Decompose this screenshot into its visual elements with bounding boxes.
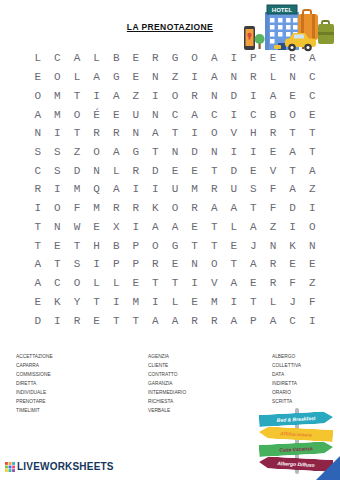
grid-cell-r7-c15[interactable]: A bbox=[302, 161, 322, 180]
grid-cell-r3-c6[interactable]: Z bbox=[126, 86, 146, 105]
grid-cell-r4-c9[interactable]: A bbox=[185, 105, 205, 124]
footer-logo: LIVEWORKSHEETS bbox=[5, 461, 114, 472]
grid-cell-r8-c4[interactable]: Q bbox=[87, 180, 107, 199]
grid-cell-r11-c12[interactable]: J bbox=[244, 236, 264, 255]
grid-cell-r14-c8[interactable]: L bbox=[165, 293, 185, 312]
grid-cell-r1-c7[interactable]: R bbox=[146, 49, 166, 68]
grid-cell-r15-c3[interactable]: R bbox=[67, 311, 87, 330]
grid-cell-r8-c12[interactable]: S bbox=[244, 180, 264, 199]
grid-cell-r10-c5[interactable]: X bbox=[106, 218, 126, 237]
grid-cell-r4-c5[interactable]: E bbox=[106, 105, 126, 124]
grid-cell-r13-c2[interactable]: C bbox=[48, 274, 68, 293]
grid-cell-r5-c7[interactable]: A bbox=[146, 124, 166, 143]
grid-cell-r5-c13[interactable]: R bbox=[263, 124, 283, 143]
brand-name: LIVEWORKSHEETS bbox=[17, 461, 114, 472]
grid-cell-r8-c11[interactable]: U bbox=[224, 180, 244, 199]
grid-cell-r5-c4[interactable]: R bbox=[87, 124, 107, 143]
grid-cell-r13-c10[interactable]: V bbox=[204, 274, 224, 293]
grid-cell-r12-c5[interactable]: P bbox=[106, 255, 126, 274]
grid-cell-r6-c11[interactable]: I bbox=[224, 143, 244, 162]
word-list-item: ALBERGO bbox=[272, 352, 301, 361]
word-list-item: PRENOTARE bbox=[16, 397, 53, 406]
grid-cell-r6-c13[interactable]: E bbox=[263, 143, 283, 162]
grid-cell-r12-c15[interactable]: E bbox=[302, 255, 322, 274]
grid-cell-r11-c2[interactable]: E bbox=[48, 236, 68, 255]
grid-cell-r9-c6[interactable]: R bbox=[126, 199, 146, 218]
signpost-arrow: Case Vacanza bbox=[259, 441, 334, 457]
word-list-item: GARANZIA bbox=[148, 379, 186, 388]
grid-cell-r10-c11[interactable]: L bbox=[224, 218, 244, 237]
grid-cell-r8-c6[interactable]: I bbox=[126, 180, 146, 199]
grid-cell-r2-c10[interactable]: A bbox=[204, 68, 224, 87]
word-list-item: INDIVIDUALE bbox=[16, 388, 53, 397]
grid-cell-r3-c7[interactable]: I bbox=[146, 86, 166, 105]
grid-cell-r7-c8[interactable]: E bbox=[165, 161, 185, 180]
grid-cell-r3-c10[interactable]: N bbox=[204, 86, 224, 105]
grid-cell-r2-c6[interactable]: E bbox=[126, 68, 146, 87]
grid-cell-r6-c10[interactable]: N bbox=[204, 143, 224, 162]
grid-cell-r1-c9[interactable]: O bbox=[185, 49, 205, 68]
grid-cell-r7-c1[interactable]: C bbox=[28, 161, 48, 180]
signpost-arrow: Bed & Breakfast bbox=[259, 411, 334, 427]
grid-cell-r7-c3[interactable]: D bbox=[67, 161, 87, 180]
grid-cell-r6-c15[interactable]: T bbox=[302, 143, 322, 162]
grid-cell-r11-c10[interactable]: T bbox=[204, 236, 224, 255]
grid-cell-r5-c8[interactable]: T bbox=[165, 124, 185, 143]
grid-cell-r2-c4[interactable]: A bbox=[87, 68, 107, 87]
grid-cell-r1-c3[interactable]: A bbox=[67, 49, 87, 68]
grid-cell-r5-c6[interactable]: N bbox=[126, 124, 146, 143]
grid-cell-r14-c14[interactable]: J bbox=[283, 293, 303, 312]
grid-cell-r7-c11[interactable]: D bbox=[224, 161, 244, 180]
grid-cell-r7-c13[interactable]: V bbox=[263, 161, 283, 180]
grid-cell-r9-c13[interactable]: F bbox=[263, 199, 283, 218]
grid-cell-r5-c10[interactable]: O bbox=[204, 124, 224, 143]
grid-cell-r3-c11[interactable]: D bbox=[224, 86, 244, 105]
grid-cell-r6-c12[interactable]: I bbox=[244, 143, 264, 162]
grid-cell-r8-c13[interactable]: F bbox=[263, 180, 283, 199]
grid-cell-r12-c8[interactable]: E bbox=[165, 255, 185, 274]
grid-cell-r13-c6[interactable]: E bbox=[126, 274, 146, 293]
grid-cell-r9-c11[interactable]: A bbox=[224, 199, 244, 218]
grid-cell-r8-c9[interactable]: M bbox=[185, 180, 205, 199]
grid-cell-r15-c14[interactable]: C bbox=[283, 311, 303, 330]
grid-cell-r9-c5[interactable]: R bbox=[106, 199, 126, 218]
grid-cell-r5-c5[interactable]: R bbox=[106, 124, 126, 143]
grid-cell-r10-c4[interactable]: E bbox=[87, 218, 107, 237]
hotel-illustration: HOTEL bbox=[241, 2, 336, 54]
word-list-column-3: ALBERGOCOLLETTIVADATAINDIRETTAORARIOSCRI… bbox=[272, 352, 301, 406]
grid-cell-r12-c3[interactable]: S bbox=[67, 255, 87, 274]
grid-cell-r9-c14[interactable]: D bbox=[283, 199, 303, 218]
grid-cell-r2-c11[interactable]: N bbox=[224, 68, 244, 87]
grid-cell-r10-c8[interactable]: A bbox=[165, 218, 185, 237]
grid-cell-r7-c5[interactable]: L bbox=[106, 161, 126, 180]
grid-cell-r15-c13[interactable]: A bbox=[263, 311, 283, 330]
liveworksheets-icon bbox=[5, 462, 15, 472]
word-search-grid: LCALBERGOAIPERAEOLAGENZIANRLNCOMTIAZIORN… bbox=[28, 49, 322, 330]
grid-cell-r7-c2[interactable]: S bbox=[48, 161, 68, 180]
grid-cell-r14-c5[interactable]: I bbox=[106, 293, 126, 312]
grid-cell-r14-c7[interactable]: I bbox=[146, 293, 166, 312]
grid-cell-r2-c15[interactable]: C bbox=[302, 68, 322, 87]
grid-cell-r6-c5[interactable]: A bbox=[106, 143, 126, 162]
grid-cell-r2-c3[interactable]: L bbox=[67, 68, 87, 87]
grid-cell-r4-c14[interactable]: O bbox=[283, 105, 303, 124]
grid-cell-r13-c3[interactable]: O bbox=[67, 274, 87, 293]
grid-cell-r13-c12[interactable]: E bbox=[244, 274, 264, 293]
grid-cell-r2-c12[interactable]: R bbox=[244, 68, 264, 87]
grid-cell-r12-c14[interactable]: E bbox=[283, 255, 303, 274]
grid-cell-r11-c1[interactable]: T bbox=[28, 236, 48, 255]
grid-cell-r15-c6[interactable]: T bbox=[126, 311, 146, 330]
grid-cell-r12-c4[interactable]: I bbox=[87, 255, 107, 274]
grid-cell-r6-c1[interactable]: S bbox=[28, 143, 48, 162]
word-list-item: CAPARRA bbox=[16, 361, 53, 370]
grid-cell-r4-c6[interactable]: U bbox=[126, 105, 146, 124]
hotel-sign-text: HOTEL bbox=[272, 7, 293, 13]
grid-cell-r8-c5[interactable]: A bbox=[106, 180, 126, 199]
grid-cell-r7-c4[interactable]: N bbox=[87, 161, 107, 180]
word-list-item: INTERMEDIARIO bbox=[148, 388, 186, 397]
grid-cell-r7-c10[interactable]: T bbox=[204, 161, 224, 180]
grid-cell-r15-c10[interactable]: R bbox=[204, 311, 224, 330]
grid-cell-r15-c11[interactable]: A bbox=[224, 311, 244, 330]
grid-cell-r10-c15[interactable]: O bbox=[302, 218, 322, 237]
grid-cell-r3-c2[interactable]: M bbox=[48, 86, 68, 105]
grid-cell-r5-c2[interactable]: I bbox=[48, 124, 68, 143]
signpost-arrow: Affittacamere bbox=[259, 426, 334, 442]
corner-triangle bbox=[316, 456, 340, 480]
grid-cell-r12-c12[interactable]: A bbox=[244, 255, 264, 274]
word-list-item: CLIENTE bbox=[148, 361, 186, 370]
grid-cell-r3-c1[interactable]: O bbox=[28, 86, 48, 105]
grid-cell-r6-c3[interactable]: Z bbox=[67, 143, 87, 162]
grid-cell-r4-c8[interactable]: C bbox=[165, 105, 185, 124]
grid-cell-r12-c6[interactable]: P bbox=[126, 255, 146, 274]
grid-cell-r1-c15[interactable]: A bbox=[302, 49, 322, 68]
grid-cell-r12-c1[interactable]: A bbox=[28, 255, 48, 274]
grid-cell-r13-c4[interactable]: L bbox=[87, 274, 107, 293]
grid-cell-r11-c3[interactable]: T bbox=[67, 236, 87, 255]
grid-cell-r4-c15[interactable]: E bbox=[302, 105, 322, 124]
grid-cell-r11-c4[interactable]: H bbox=[87, 236, 107, 255]
grid-cell-r3-c9[interactable]: R bbox=[185, 86, 205, 105]
grid-cell-r10-c3[interactable]: W bbox=[67, 218, 87, 237]
grid-cell-r7-c6[interactable]: R bbox=[126, 161, 146, 180]
grid-cell-r8-c3[interactable]: M bbox=[67, 180, 87, 199]
grid-cell-r1-c6[interactable]: E bbox=[126, 49, 146, 68]
grid-cell-r4-c12[interactable]: C bbox=[244, 105, 264, 124]
grid-cell-r4-c2[interactable]: M bbox=[48, 105, 68, 124]
grid-cell-r3-c4[interactable]: I bbox=[87, 86, 107, 105]
grid-cell-r14-c10[interactable]: M bbox=[204, 293, 224, 312]
grid-cell-r6-c8[interactable]: N bbox=[165, 143, 185, 162]
grid-cell-r1-c2[interactable]: C bbox=[48, 49, 68, 68]
grid-cell-r1-c4[interactable]: L bbox=[87, 49, 107, 68]
word-list-column-1: ACCETTAZIONECAPARRACOMMISSIONEDIRETTAIND… bbox=[16, 352, 53, 415]
grid-cell-r15-c1[interactable]: D bbox=[28, 311, 48, 330]
grid-cell-r11-c5[interactable]: B bbox=[106, 236, 126, 255]
grid-cell-r6-c14[interactable]: A bbox=[283, 143, 303, 162]
grid-cell-r14-c3[interactable]: Y bbox=[67, 293, 87, 312]
grid-cell-r8-c14[interactable]: A bbox=[283, 180, 303, 199]
grid-cell-r15-c4[interactable]: E bbox=[87, 311, 107, 330]
grid-cell-r6-c6[interactable]: G bbox=[126, 143, 146, 162]
grid-cell-r5-c1[interactable]: N bbox=[28, 124, 48, 143]
grid-cell-r11-c13[interactable]: N bbox=[263, 236, 283, 255]
worksheet-page: LA PRENOTAZIONE bbox=[0, 0, 340, 480]
grid-cell-r3-c3[interactable]: T bbox=[67, 86, 87, 105]
grid-cell-r3-c15[interactable]: C bbox=[302, 86, 322, 105]
grid-cell-r7-c9[interactable]: E bbox=[185, 161, 205, 180]
grid-cell-r14-c2[interactable]: K bbox=[48, 293, 68, 312]
grid-cell-r14-c9[interactable]: E bbox=[185, 293, 205, 312]
word-list-column-2: AGENZIACLIENTECONTRATTOGARANZIAINTERMEDI… bbox=[148, 352, 186, 415]
grid-cell-r7-c12[interactable]: E bbox=[244, 161, 264, 180]
word-list-item: CONTRATTO bbox=[148, 370, 186, 379]
grid-cell-r11-c11[interactable]: E bbox=[224, 236, 244, 255]
grid-cell-r2-c5[interactable]: G bbox=[106, 68, 126, 87]
word-list-item: TIMELIMIT bbox=[16, 406, 53, 415]
grid-cell-r15-c5[interactable]: T bbox=[106, 311, 126, 330]
grid-cell-r14-c13[interactable]: L bbox=[263, 293, 283, 312]
grid-cell-r2-c13[interactable]: L bbox=[263, 68, 283, 87]
grid-cell-r3-c12[interactable]: I bbox=[244, 86, 264, 105]
grid-cell-r8-c7[interactable]: I bbox=[146, 180, 166, 199]
grid-cell-r3-c5[interactable]: A bbox=[106, 86, 126, 105]
grid-cell-r4-c1[interactable]: A bbox=[28, 105, 48, 124]
grid-cell-r6-c4[interactable]: O bbox=[87, 143, 107, 162]
grid-cell-r14-c15[interactable]: F bbox=[302, 293, 322, 312]
grid-cell-r4-c13[interactable]: B bbox=[263, 105, 283, 124]
grid-cell-r9-c8[interactable]: O bbox=[165, 199, 185, 218]
grid-cell-r9-c15[interactable]: I bbox=[302, 199, 322, 218]
grid-cell-r6-c9[interactable]: D bbox=[185, 143, 205, 162]
grid-cell-r2-c14[interactable]: N bbox=[283, 68, 303, 87]
word-list-item: ACCETTAZIONE bbox=[16, 352, 53, 361]
grid-cell-r5-c12[interactable]: H bbox=[244, 124, 264, 143]
grid-cell-r10-c10[interactable]: T bbox=[204, 218, 224, 237]
word-list-item: AGENZIA bbox=[148, 352, 186, 361]
grid-cell-r8-c8[interactable]: U bbox=[165, 180, 185, 199]
word-list-item: VERBALE bbox=[148, 406, 186, 415]
grid-cell-r13-c13[interactable]: R bbox=[263, 274, 283, 293]
word-list-item: RICHIESTA bbox=[148, 397, 186, 406]
grid-cell-r11-c8[interactable]: G bbox=[165, 236, 185, 255]
grid-cell-r1-c10[interactable]: A bbox=[204, 49, 224, 68]
grid-cell-r4-c3[interactable]: O bbox=[67, 105, 87, 124]
grid-cell-r1-c1[interactable]: L bbox=[28, 49, 48, 68]
word-list-item: COMMISSIONE bbox=[16, 370, 53, 379]
grid-cell-r10-c9[interactable]: E bbox=[185, 218, 205, 237]
grid-cell-r9-c1[interactable]: I bbox=[28, 199, 48, 218]
grid-cell-r4-c4[interactable]: É bbox=[87, 105, 107, 124]
grid-cell-r5-c15[interactable]: T bbox=[302, 124, 322, 143]
grid-cell-r11-c9[interactable]: T bbox=[185, 236, 205, 255]
grid-cell-r1-c5[interactable]: B bbox=[106, 49, 126, 68]
grid-cell-r15-c15[interactable]: I bbox=[302, 311, 322, 330]
grid-cell-r11-c6[interactable]: P bbox=[126, 236, 146, 255]
grid-cell-r8-c10[interactable]: R bbox=[204, 180, 224, 199]
grid-cell-r7-c7[interactable]: D bbox=[146, 161, 166, 180]
grid-cell-r10-c2[interactable]: N bbox=[48, 218, 68, 237]
grid-cell-r14-c12[interactable]: T bbox=[244, 293, 264, 312]
grid-cell-r4-c11[interactable]: I bbox=[224, 105, 244, 124]
grid-cell-r8-c1[interactable]: R bbox=[28, 180, 48, 199]
word-list-item: INDIRETTA bbox=[272, 379, 301, 388]
grid-cell-r2-c8[interactable]: Z bbox=[165, 68, 185, 87]
grid-cell-r14-c1[interactable]: E bbox=[28, 293, 48, 312]
grid-cell-r12-c7[interactable]: R bbox=[146, 255, 166, 274]
grid-cell-r1-c14[interactable]: R bbox=[283, 49, 303, 68]
grid-cell-r15-c12[interactable]: P bbox=[244, 311, 264, 330]
grid-cell-r6-c7[interactable]: T bbox=[146, 143, 166, 162]
word-list-item: DATA bbox=[272, 370, 301, 379]
grid-cell-r1-c8[interactable]: G bbox=[165, 49, 185, 68]
word-list-item: ORARIO bbox=[272, 388, 301, 397]
grid-cell-r10-c12[interactable]: A bbox=[244, 218, 264, 237]
grid-cell-r1-c11[interactable]: I bbox=[224, 49, 244, 68]
grid-cell-r2-c9[interactable]: I bbox=[185, 68, 205, 87]
grid-cell-r2-c7[interactable]: N bbox=[146, 68, 166, 87]
grid-cell-r6-c2[interactable]: S bbox=[48, 143, 68, 162]
phone-icon bbox=[244, 26, 255, 50]
grid-cell-r2-c1[interactable]: E bbox=[28, 68, 48, 87]
grid-cell-r13-c15[interactable]: Z bbox=[302, 274, 322, 293]
grid-cell-r3-c8[interactable]: O bbox=[165, 86, 185, 105]
grid-cell-r7-c14[interactable]: T bbox=[283, 161, 303, 180]
grid-cell-r2-c2[interactable]: O bbox=[48, 68, 68, 87]
word-list-item: DIRETTA bbox=[16, 379, 53, 388]
grid-cell-r14-c6[interactable]: M bbox=[126, 293, 146, 312]
grid-cell-r9-c12[interactable]: T bbox=[244, 199, 264, 218]
grid-cell-r9-c10[interactable]: A bbox=[204, 199, 224, 218]
grid-cell-r3-c14[interactable]: E bbox=[283, 86, 303, 105]
grid-cell-r15-c9[interactable]: R bbox=[185, 311, 205, 330]
grid-cell-r15-c2[interactable]: I bbox=[48, 311, 68, 330]
grid-cell-r1-c13[interactable]: E bbox=[263, 49, 283, 68]
grid-cell-r15-c8[interactable]: A bbox=[165, 311, 185, 330]
grid-cell-r9-c2[interactable]: O bbox=[48, 199, 68, 218]
grid-cell-r10-c6[interactable]: I bbox=[126, 218, 146, 237]
grid-cell-r13-c5[interactable]: L bbox=[106, 274, 126, 293]
grid-cell-r8-c15[interactable]: Z bbox=[302, 180, 322, 199]
grid-cell-r10-c13[interactable]: Z bbox=[263, 218, 283, 237]
grid-cell-r13-c9[interactable]: I bbox=[185, 274, 205, 293]
grid-cell-r12-c11[interactable]: T bbox=[224, 255, 244, 274]
grid-cell-r5-c9[interactable]: I bbox=[185, 124, 205, 143]
grid-cell-r13-c11[interactable]: A bbox=[224, 274, 244, 293]
grid-cell-r11-c7[interactable]: O bbox=[146, 236, 166, 255]
grid-cell-r4-c10[interactable]: C bbox=[204, 105, 224, 124]
grid-cell-r5-c11[interactable]: V bbox=[224, 124, 244, 143]
grid-cell-r12-c10[interactable]: O bbox=[204, 255, 224, 274]
grid-cell-r10-c1[interactable]: T bbox=[28, 218, 48, 237]
grid-cell-r10-c14[interactable]: I bbox=[283, 218, 303, 237]
grid-cell-r13-c14[interactable]: F bbox=[283, 274, 303, 293]
grid-cell-r13-c8[interactable]: T bbox=[165, 274, 185, 293]
grid-cell-r11-c15[interactable]: N bbox=[302, 236, 322, 255]
grid-cell-r11-c14[interactable]: K bbox=[283, 236, 303, 255]
grid-cell-r12-c2[interactable]: T bbox=[48, 255, 68, 274]
grid-cell-r5-c14[interactable]: T bbox=[283, 124, 303, 143]
grid-cell-r8-c2[interactable]: I bbox=[48, 180, 68, 199]
grid-cell-r10-c7[interactable]: A bbox=[146, 218, 166, 237]
grid-cell-r13-c7[interactable]: T bbox=[146, 274, 166, 293]
grid-cell-r4-c7[interactable]: N bbox=[146, 105, 166, 124]
grid-cell-r9-c3[interactable]: F bbox=[67, 199, 87, 218]
grid-cell-r12-c13[interactable]: R bbox=[263, 255, 283, 274]
grid-cell-r9-c4[interactable]: M bbox=[87, 199, 107, 218]
grid-cell-r15-c7[interactable]: A bbox=[146, 311, 166, 330]
grid-cell-r3-c13[interactable]: A bbox=[263, 86, 283, 105]
word-list-item: COLLETTIVA bbox=[272, 361, 301, 370]
grid-cell-r9-c7[interactable]: K bbox=[146, 199, 166, 218]
grid-cell-r14-c11[interactable]: I bbox=[224, 293, 244, 312]
grid-cell-r14-c4[interactable]: T bbox=[87, 293, 107, 312]
grid-cell-r9-c9[interactable]: R bbox=[185, 199, 205, 218]
grid-cell-r5-c3[interactable]: T bbox=[67, 124, 87, 143]
grid-cell-r1-c12[interactable]: P bbox=[244, 49, 264, 68]
grid-cell-r13-c1[interactable]: A bbox=[28, 274, 48, 293]
grid-cell-r12-c9[interactable]: N bbox=[185, 255, 205, 274]
